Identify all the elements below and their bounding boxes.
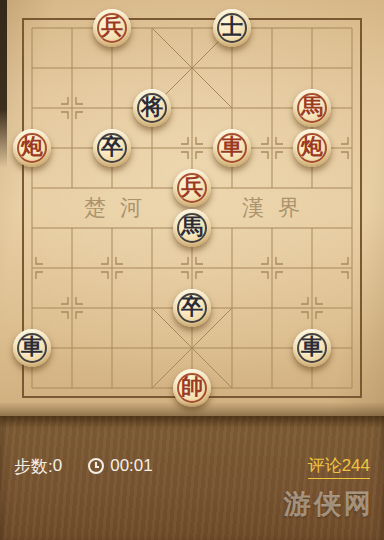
piece-black-soldier[interactable]: 卒 bbox=[173, 289, 211, 327]
piece-black-chariot[interactable]: 車 bbox=[293, 329, 331, 367]
board-point[interactable] bbox=[172, 128, 212, 168]
board-point[interactable] bbox=[132, 8, 172, 48]
board-point[interactable] bbox=[252, 248, 292, 288]
piece-text: 馬 bbox=[181, 216, 203, 238]
piece-text: 炮 bbox=[301, 136, 323, 158]
board-point[interactable] bbox=[52, 168, 92, 208]
piece-red-soldier[interactable]: 兵 bbox=[173, 169, 211, 207]
board-point[interactable]: 馬 bbox=[292, 88, 332, 128]
board-point[interactable] bbox=[292, 8, 332, 48]
board-point[interactable] bbox=[12, 248, 52, 288]
clock-icon bbox=[88, 458, 104, 474]
timer: 00:01 bbox=[88, 456, 153, 476]
board-point[interactable] bbox=[292, 368, 332, 408]
board-point[interactable] bbox=[132, 208, 172, 248]
board-point[interactable] bbox=[12, 48, 52, 88]
board-point[interactable] bbox=[172, 248, 212, 288]
board-point[interactable]: 将 bbox=[132, 88, 172, 128]
board-point[interactable] bbox=[332, 248, 372, 288]
board-point[interactable] bbox=[92, 208, 132, 248]
board-point[interactable] bbox=[52, 368, 92, 408]
piece-red-horse[interactable]: 馬 bbox=[293, 89, 331, 127]
piece-text: 車 bbox=[301, 336, 323, 358]
board-grid: 兵士将馬炮卒車炮兵馬卒車車帥 bbox=[12, 8, 372, 408]
piece-red-soldier[interactable]: 兵 bbox=[93, 9, 131, 47]
board-point[interactable] bbox=[292, 288, 332, 328]
board-point[interactable] bbox=[52, 88, 92, 128]
board-point[interactable]: 士 bbox=[212, 8, 252, 48]
watermark-logo: 游侠网 bbox=[284, 486, 374, 522]
piece-text: 卒 bbox=[101, 136, 123, 158]
board-point[interactable]: 兵 bbox=[92, 8, 132, 48]
board-point[interactable] bbox=[52, 48, 92, 88]
board-point[interactable] bbox=[332, 168, 372, 208]
status-row: 步数:0 00:01 评论244 bbox=[0, 450, 384, 482]
move-counter: 步数:0 bbox=[14, 455, 62, 478]
board-point[interactable] bbox=[332, 368, 372, 408]
board-point[interactable] bbox=[12, 88, 52, 128]
board-point[interactable] bbox=[52, 248, 92, 288]
board-point[interactable] bbox=[172, 88, 212, 128]
board-point[interactable] bbox=[132, 128, 172, 168]
board-point[interactable] bbox=[12, 208, 52, 248]
board-point[interactable] bbox=[212, 288, 252, 328]
board-point[interactable] bbox=[92, 168, 132, 208]
board-point[interactable] bbox=[52, 208, 92, 248]
piece-text: 炮 bbox=[21, 136, 43, 158]
board-point[interactable] bbox=[92, 48, 132, 88]
move-counter-value: 0 bbox=[53, 456, 62, 476]
board-point[interactable] bbox=[212, 368, 252, 408]
piece-text: 兵 bbox=[181, 176, 203, 198]
board-point[interactable] bbox=[332, 208, 372, 248]
board-point[interactable] bbox=[132, 288, 172, 328]
board-point[interactable]: 車 bbox=[212, 128, 252, 168]
board-point[interactable]: 卒 bbox=[92, 128, 132, 168]
board-point[interactable]: 炮 bbox=[12, 128, 52, 168]
board-point[interactable] bbox=[12, 368, 52, 408]
move-counter-label: 步数: bbox=[14, 455, 53, 478]
board-point[interactable] bbox=[172, 8, 212, 48]
board-point[interactable]: 帥 bbox=[172, 368, 212, 408]
board-point[interactable] bbox=[292, 168, 332, 208]
board-point[interactable] bbox=[212, 48, 252, 88]
board-point[interactable] bbox=[252, 208, 292, 248]
board-point[interactable] bbox=[172, 48, 212, 88]
piece-black-chariot[interactable]: 車 bbox=[13, 329, 51, 367]
board-point[interactable]: 車 bbox=[292, 328, 332, 368]
board-point[interactable] bbox=[292, 248, 332, 288]
board-point[interactable] bbox=[332, 88, 372, 128]
board-point[interactable]: 車 bbox=[12, 328, 52, 368]
piece-text: 帥 bbox=[181, 376, 203, 398]
board-point[interactable] bbox=[332, 328, 372, 368]
board-point[interactable] bbox=[212, 248, 252, 288]
board-point[interactable] bbox=[252, 168, 292, 208]
board-point[interactable] bbox=[252, 128, 292, 168]
board-point[interactable] bbox=[132, 168, 172, 208]
board-point[interactable] bbox=[92, 248, 132, 288]
piece-red-cannon[interactable]: 炮 bbox=[293, 129, 331, 167]
board-point[interactable] bbox=[252, 328, 292, 368]
piece-red-cannon[interactable]: 炮 bbox=[13, 129, 51, 167]
board-point[interactable] bbox=[292, 208, 332, 248]
board-point[interactable] bbox=[52, 8, 92, 48]
piece-text: 兵 bbox=[101, 16, 123, 38]
board-point[interactable] bbox=[212, 328, 252, 368]
screen-edge-shadow bbox=[0, 0, 7, 168]
piece-black-general[interactable]: 将 bbox=[133, 89, 171, 127]
board-point[interactable] bbox=[252, 8, 292, 48]
timer-value: 00:01 bbox=[110, 456, 153, 476]
piece-text: 士 bbox=[221, 16, 243, 38]
board-point[interactable] bbox=[132, 248, 172, 288]
board-point[interactable] bbox=[52, 128, 92, 168]
board-point[interactable] bbox=[12, 168, 52, 208]
board-point[interactable] bbox=[252, 88, 292, 128]
board-point[interactable] bbox=[52, 288, 92, 328]
board-point[interactable] bbox=[212, 88, 252, 128]
board-point[interactable] bbox=[12, 288, 52, 328]
piece-text: 卒 bbox=[181, 296, 203, 318]
board-point[interactable] bbox=[12, 8, 52, 48]
piece-red-chariot[interactable]: 車 bbox=[213, 129, 251, 167]
xiangqi-board: 楚河 漢界 兵士将馬炮卒車炮兵馬卒車車帥 bbox=[0, 0, 384, 416]
board-point[interactable] bbox=[252, 48, 292, 88]
board-point[interactable] bbox=[92, 368, 132, 408]
board-point[interactable] bbox=[172, 328, 212, 368]
piece-black-soldier[interactable]: 卒 bbox=[93, 129, 131, 167]
board-point[interactable] bbox=[212, 168, 252, 208]
board-point[interactable]: 卒 bbox=[172, 288, 212, 328]
comments-link[interactable]: 评论244 bbox=[308, 454, 370, 479]
board-point[interactable] bbox=[332, 48, 372, 88]
xiangqi-app-screen: 楚河 漢界 兵士将馬炮卒車炮兵馬卒車車帥 步数:0 00:01 评论244 游侠… bbox=[0, 0, 384, 540]
piece-text: 馬 bbox=[301, 96, 323, 118]
board-point[interactable] bbox=[132, 48, 172, 88]
piece-text: 将 bbox=[141, 96, 163, 118]
board-point[interactable] bbox=[92, 88, 132, 128]
board-point[interactable] bbox=[332, 8, 372, 48]
piece-text: 車 bbox=[221, 136, 243, 158]
piece-black-advisor[interactable]: 士 bbox=[213, 9, 251, 47]
board-point[interactable] bbox=[92, 328, 132, 368]
board-point[interactable]: 馬 bbox=[172, 208, 212, 248]
board-point[interactable] bbox=[92, 288, 132, 328]
board-point[interactable] bbox=[292, 48, 332, 88]
board-point[interactable] bbox=[132, 368, 172, 408]
board-point[interactable] bbox=[252, 288, 292, 328]
board-point[interactable]: 炮 bbox=[292, 128, 332, 168]
piece-black-horse[interactable]: 馬 bbox=[173, 209, 211, 247]
piece-text: 車 bbox=[21, 336, 43, 358]
board-point[interactable] bbox=[332, 128, 372, 168]
board-point[interactable]: 兵 bbox=[172, 168, 212, 208]
board-point[interactable] bbox=[212, 208, 252, 248]
board-point[interactable] bbox=[52, 328, 92, 368]
board-point[interactable] bbox=[132, 328, 172, 368]
board-point[interactable] bbox=[332, 288, 372, 328]
board-point[interactable] bbox=[252, 368, 292, 408]
piece-red-general[interactable]: 帥 bbox=[173, 369, 211, 407]
